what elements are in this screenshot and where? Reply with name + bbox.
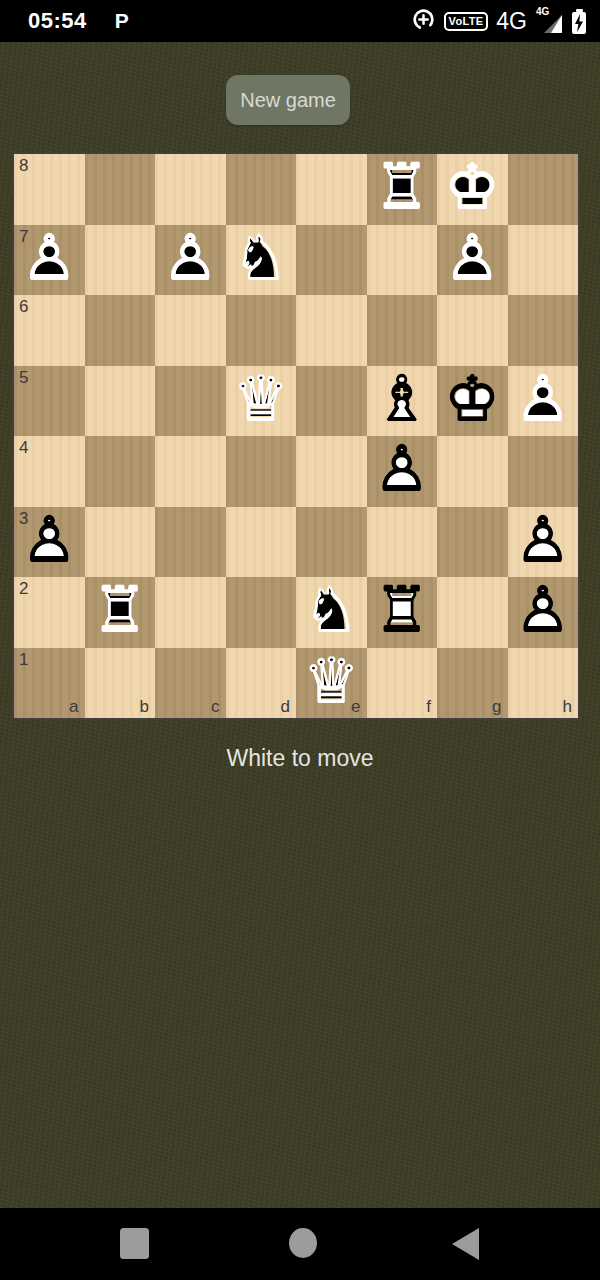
white-pawn-h3[interactable]: ♟♙ (508, 507, 579, 578)
black-knight-e2[interactable]: ♞♘ (296, 577, 367, 648)
square-c4[interactable] (155, 436, 226, 507)
square-e2[interactable]: ♞♘ (296, 577, 367, 648)
white-pawn-h2[interactable]: ♟♙ (508, 577, 579, 648)
square-h1[interactable]: h (508, 648, 579, 719)
status-bar-left: 05:54 P (28, 8, 129, 34)
white-pawn-f4[interactable]: ♟♙ (367, 436, 438, 507)
square-c6[interactable] (155, 295, 226, 366)
rank-label-4: 4 (19, 439, 28, 456)
piece-glyph-outline: ♕ (296, 648, 367, 719)
square-c7[interactable]: ♟♙ (155, 225, 226, 296)
square-c2[interactable] (155, 577, 226, 648)
square-a3[interactable]: 3♟♙ (14, 507, 85, 578)
square-h3[interactable]: ♟♙ (508, 507, 579, 578)
square-a8[interactable]: 8 (14, 154, 85, 225)
piece-glyph-outline: ♙ (14, 225, 85, 296)
piece-glyph-outline: ♘ (296, 577, 367, 648)
black-queen-d5[interactable]: ♛♕ (226, 366, 297, 437)
white-king-g5[interactable]: ♚♔ (437, 366, 508, 437)
square-c5[interactable] (155, 366, 226, 437)
piece-glyph-outline: ♙ (155, 225, 226, 296)
piece-glyph-outline: ♔ (437, 154, 508, 225)
square-d8[interactable] (226, 154, 297, 225)
app-background: New game 8♜♖♚♔7♟♙♟♙♞♘♟♙65♛♕♝♗♚♔♟♙4♟♙3♟♙♟… (0, 42, 600, 1208)
square-c3[interactable] (155, 507, 226, 578)
square-g2[interactable] (437, 577, 508, 648)
square-d2[interactable] (226, 577, 297, 648)
square-b8[interactable] (85, 154, 156, 225)
file-label-h: h (563, 698, 572, 715)
square-a7[interactable]: 7♟♙ (14, 225, 85, 296)
square-f1[interactable]: f (367, 648, 438, 719)
turn-indicator: White to move (0, 745, 600, 772)
rank-label-2: 2 (19, 580, 28, 597)
status-bar: 05:54 P VoLTE 4G 4G (0, 0, 600, 42)
square-h8[interactable] (508, 154, 579, 225)
file-label-a: a (69, 698, 78, 715)
network-type-label: 4G (496, 8, 527, 35)
notification-p-icon: P (115, 9, 129, 33)
square-b6[interactable] (85, 295, 156, 366)
square-d5[interactable]: ♛♕ (226, 366, 297, 437)
black-pawn-a7[interactable]: ♟♙ (14, 225, 85, 296)
square-b4[interactable] (85, 436, 156, 507)
black-pawn-c7[interactable]: ♟♙ (155, 225, 226, 296)
square-a2[interactable]: 2 (14, 577, 85, 648)
piece-glyph-outline: ♖ (85, 577, 156, 648)
square-g7[interactable]: ♟♙ (437, 225, 508, 296)
square-g8[interactable]: ♚♔ (437, 154, 508, 225)
file-label-d: d (281, 698, 290, 715)
square-d4[interactable] (226, 436, 297, 507)
square-b1[interactable]: b (85, 648, 156, 719)
square-c8[interactable] (155, 154, 226, 225)
square-a5[interactable]: 5 (14, 366, 85, 437)
square-e8[interactable] (296, 154, 367, 225)
square-e6[interactable] (296, 295, 367, 366)
white-bishop-f5[interactable]: ♝♗ (367, 366, 438, 437)
home-button[interactable] (289, 1228, 317, 1258)
rank-label-1: 1 (19, 651, 28, 668)
square-e1[interactable]: e♛♕ (296, 648, 367, 719)
square-d7[interactable]: ♞♘ (226, 225, 297, 296)
square-b2[interactable]: ♜♖ (85, 577, 156, 648)
piece-glyph-outline: ♖ (367, 577, 438, 648)
clock: 05:54 (28, 8, 87, 34)
rank-label-5: 5 (19, 369, 28, 386)
piece-glyph-outline: ♖ (367, 154, 438, 225)
status-bar-right: VoLTE 4G 4G (411, 7, 586, 36)
square-f3[interactable] (367, 507, 438, 578)
piece-glyph-outline: ♙ (508, 507, 579, 578)
square-a6[interactable]: 6 (14, 295, 85, 366)
square-a1[interactable]: 1a (14, 648, 85, 719)
piece-glyph-outline: ♕ (226, 366, 297, 437)
piece-glyph-outline: ♘ (226, 225, 297, 296)
file-label-c: c (211, 698, 220, 715)
new-game-button[interactable]: New game (226, 75, 350, 125)
black-pawn-g7[interactable]: ♟♙ (437, 225, 508, 296)
square-e4[interactable] (296, 436, 367, 507)
rank-label-6: 6 (19, 298, 28, 315)
rank-label-8: 8 (19, 157, 28, 174)
white-rook-f2[interactable]: ♜♖ (367, 577, 438, 648)
square-c1[interactable]: c (155, 648, 226, 719)
square-g4[interactable] (437, 436, 508, 507)
square-d6[interactable] (226, 295, 297, 366)
square-f6[interactable] (367, 295, 438, 366)
file-label-b: b (140, 698, 149, 715)
white-pawn-a3[interactable]: ♟♙ (14, 507, 85, 578)
square-e3[interactable] (296, 507, 367, 578)
black-rook-b2[interactable]: ♜♖ (85, 577, 156, 648)
piece-glyph-outline: ♙ (437, 225, 508, 296)
square-d3[interactable] (226, 507, 297, 578)
chess-board: 8♜♖♚♔7♟♙♟♙♞♘♟♙65♛♕♝♗♚♔♟♙4♟♙3♟♙♟♙2♜♖♞♘♜♖♟… (12, 152, 580, 720)
battery-charging-icon (572, 9, 586, 34)
black-queen-e1[interactable]: ♛♕ (296, 648, 367, 719)
data-saver-icon (411, 7, 436, 36)
black-knight-d7[interactable]: ♞♘ (226, 225, 297, 296)
square-e5[interactable] (296, 366, 367, 437)
black-rook-f8[interactable]: ♜♖ (367, 154, 438, 225)
phone-screen: 05:54 P VoLTE 4G 4G (0, 0, 600, 1280)
square-f4[interactable]: ♟♙ (367, 436, 438, 507)
piece-glyph-outline: ♙ (367, 436, 438, 507)
square-g6[interactable] (437, 295, 508, 366)
square-g5[interactable]: ♚♔ (437, 366, 508, 437)
square-h4[interactable] (508, 436, 579, 507)
black-king-g8[interactable]: ♚♔ (437, 154, 508, 225)
square-b5[interactable] (85, 366, 156, 437)
square-b3[interactable] (85, 507, 156, 578)
piece-glyph-outline: ♙ (14, 507, 85, 578)
square-g3[interactable] (437, 507, 508, 578)
square-b7[interactable] (85, 225, 156, 296)
square-e7[interactable] (296, 225, 367, 296)
square-f2[interactable]: ♜♖ (367, 577, 438, 648)
volte-badge: VoLTE (444, 12, 489, 31)
signal-strength-icon: 4G (535, 8, 562, 35)
piece-glyph-outline: ♙ (508, 366, 579, 437)
square-h5[interactable]: ♟♙ (508, 366, 579, 437)
square-h2[interactable]: ♟♙ (508, 577, 579, 648)
recents-button[interactable] (120, 1228, 149, 1259)
file-label-f: f (426, 698, 431, 715)
android-nav-bar (0, 1208, 600, 1280)
square-h6[interactable] (508, 295, 579, 366)
square-d1[interactable]: d (226, 648, 297, 719)
square-f7[interactable] (367, 225, 438, 296)
piece-glyph-outline: ♙ (508, 577, 579, 648)
piece-glyph-outline: ♗ (367, 366, 438, 437)
square-f8[interactable]: ♜♖ (367, 154, 438, 225)
square-h7[interactable] (508, 225, 579, 296)
square-a4[interactable]: 4 (14, 436, 85, 507)
square-f5[interactable]: ♝♗ (367, 366, 438, 437)
black-pawn-h5[interactable]: ♟♙ (508, 366, 579, 437)
square-g1[interactable]: g (437, 648, 508, 719)
piece-glyph-outline: ♔ (437, 366, 508, 437)
back-button[interactable] (452, 1228, 479, 1260)
file-label-g: g (492, 698, 501, 715)
